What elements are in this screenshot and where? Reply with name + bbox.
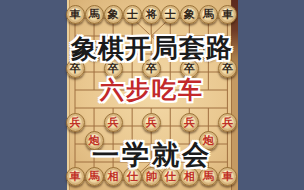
piece-black-elephant[interactable]: 象 bbox=[180, 5, 199, 24]
piece-black-chariot[interactable]: 車 bbox=[66, 5, 85, 24]
caption-opening-series: 象棋开局套路 bbox=[0, 30, 304, 68]
piece-red-soldier[interactable]: 兵 bbox=[66, 113, 85, 132]
caption-six-moves-capture-chariot: 六步吃车 bbox=[0, 74, 304, 106]
caption-learn-instantly: 一学就会 bbox=[0, 137, 304, 173]
piece-black-horse[interactable]: 馬 bbox=[85, 5, 104, 24]
piece-black-elephant[interactable]: 象 bbox=[104, 5, 123, 24]
piece-red-soldier[interactable]: 兵 bbox=[104, 113, 123, 132]
piece-black-horse[interactable]: 馬 bbox=[199, 5, 218, 24]
piece-black-chariot[interactable]: 車 bbox=[218, 5, 237, 24]
piece-black-advisor[interactable]: 士 bbox=[123, 5, 142, 24]
piece-black-general[interactable]: 将 bbox=[142, 5, 161, 24]
piece-red-soldier[interactable]: 兵 bbox=[218, 113, 237, 132]
piece-red-soldier[interactable]: 兵 bbox=[142, 113, 161, 132]
piece-black-advisor[interactable]: 士 bbox=[161, 5, 180, 24]
thumbnail-stage: 車馬象士将士象馬車炮炮卒卒卒卒卒兵兵兵兵兵炮炮車馬相仕帥仕相馬車 象棋开局套路 … bbox=[0, 0, 304, 190]
piece-red-soldier[interactable]: 兵 bbox=[180, 113, 199, 132]
